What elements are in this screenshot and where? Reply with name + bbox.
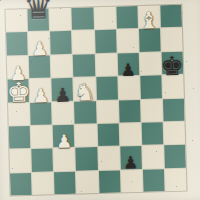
square-f8[interactable] bbox=[116, 6, 138, 29]
square-a2[interactable] bbox=[9, 149, 31, 172]
square-g8[interactable] bbox=[138, 5, 160, 28]
vinyl-mat: CHESS ❖ ♛♝♟♟♟♚♚♟♟♞♟♟ bbox=[0, 0, 200, 200]
chess-board bbox=[5, 5, 186, 196]
square-a8[interactable] bbox=[5, 9, 27, 32]
square-e7[interactable] bbox=[95, 30, 117, 53]
square-b3[interactable] bbox=[31, 125, 53, 148]
square-a7[interactable] bbox=[6, 32, 28, 55]
square-f7[interactable] bbox=[117, 29, 139, 52]
square-h1[interactable] bbox=[165, 168, 187, 191]
square-d5[interactable] bbox=[74, 77, 96, 100]
square-g3[interactable] bbox=[141, 122, 163, 145]
board-photo: CHESS ❖ ♛♝♟♟♟♚♚♟♟♞♟♟ bbox=[0, 0, 200, 200]
square-f4[interactable] bbox=[119, 99, 141, 122]
square-b6[interactable] bbox=[29, 55, 51, 78]
square-d7[interactable] bbox=[72, 31, 94, 54]
square-b1[interactable] bbox=[32, 172, 54, 195]
square-h2[interactable] bbox=[164, 145, 186, 168]
square-h6[interactable] bbox=[162, 51, 184, 74]
square-c2[interactable] bbox=[54, 148, 76, 171]
square-e2[interactable] bbox=[98, 147, 120, 170]
square-a1[interactable] bbox=[10, 173, 32, 196]
square-g6[interactable] bbox=[139, 52, 161, 75]
square-d2[interactable] bbox=[76, 147, 98, 170]
square-b5[interactable] bbox=[29, 79, 51, 102]
square-e5[interactable] bbox=[96, 77, 118, 100]
square-f1[interactable] bbox=[121, 170, 143, 193]
square-c1[interactable] bbox=[54, 171, 76, 194]
square-g1[interactable] bbox=[143, 169, 165, 192]
square-e1[interactable] bbox=[98, 170, 120, 193]
square-d8[interactable] bbox=[72, 7, 94, 30]
square-d3[interactable] bbox=[75, 124, 97, 147]
square-g5[interactable] bbox=[140, 75, 162, 98]
square-d1[interactable] bbox=[76, 171, 98, 194]
square-b7[interactable] bbox=[28, 32, 50, 55]
square-h7[interactable] bbox=[161, 28, 183, 51]
square-c8[interactable] bbox=[50, 8, 72, 31]
square-f2[interactable] bbox=[120, 146, 142, 169]
square-e6[interactable] bbox=[95, 53, 117, 76]
square-c7[interactable] bbox=[50, 31, 72, 54]
square-g7[interactable] bbox=[139, 29, 161, 52]
square-a5[interactable] bbox=[7, 79, 29, 102]
square-b8[interactable] bbox=[28, 8, 50, 31]
board-brand-text: CHESS bbox=[0, 52, 4, 76]
square-g2[interactable] bbox=[142, 146, 164, 169]
square-c6[interactable] bbox=[51, 55, 73, 78]
square-g4[interactable] bbox=[141, 99, 163, 122]
square-b2[interactable] bbox=[31, 149, 53, 172]
square-a3[interactable] bbox=[9, 126, 31, 149]
square-d6[interactable] bbox=[73, 54, 95, 77]
square-a6[interactable] bbox=[7, 56, 29, 79]
square-a4[interactable] bbox=[8, 103, 30, 126]
square-b4[interactable] bbox=[30, 102, 52, 125]
square-h5[interactable] bbox=[162, 75, 184, 98]
square-e8[interactable] bbox=[94, 7, 116, 30]
square-h4[interactable] bbox=[163, 98, 185, 121]
square-e3[interactable] bbox=[97, 123, 119, 146]
square-h3[interactable] bbox=[163, 122, 185, 145]
square-h8[interactable] bbox=[160, 5, 182, 28]
square-c3[interactable] bbox=[53, 125, 75, 148]
square-f3[interactable] bbox=[119, 123, 141, 146]
square-c4[interactable] bbox=[52, 101, 74, 124]
square-e4[interactable] bbox=[96, 100, 118, 123]
square-d4[interactable] bbox=[74, 101, 96, 124]
square-f6[interactable] bbox=[117, 53, 139, 76]
square-c5[interactable] bbox=[52, 78, 74, 101]
square-f5[interactable] bbox=[118, 76, 140, 99]
